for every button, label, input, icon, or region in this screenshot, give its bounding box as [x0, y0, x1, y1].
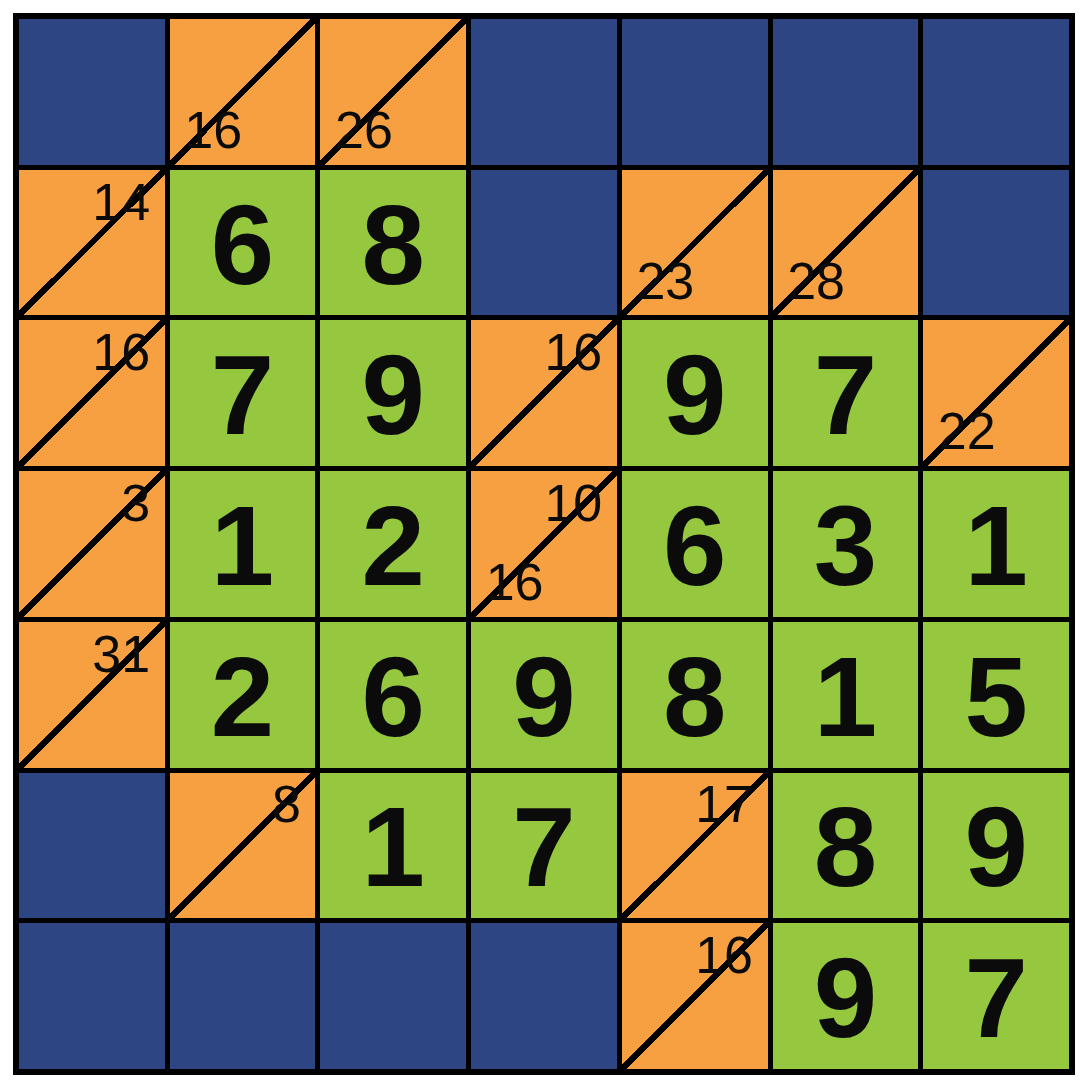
across-clue-number: 3 — [121, 477, 150, 529]
entry-cell[interactable]: 9 — [773, 923, 919, 1069]
entry-digit: 6 — [170, 170, 316, 316]
entry-digit: 5 — [923, 622, 1069, 768]
entry-digit: 9 — [320, 320, 466, 466]
block-cell — [471, 170, 617, 316]
entry-digit: 1 — [773, 622, 919, 768]
entry-cell[interactable]: 9 — [622, 320, 768, 466]
entry-digit: 1 — [320, 773, 466, 919]
clue-cell: 28 — [773, 170, 919, 316]
entry-cell[interactable]: 9 — [471, 622, 617, 768]
entry-cell[interactable]: 8 — [773, 773, 919, 919]
clue-cell: 31 — [19, 622, 165, 768]
block-cell — [19, 773, 165, 919]
clue-cell: 16 — [622, 923, 768, 1069]
entry-cell[interactable]: 5 — [923, 622, 1069, 768]
clue-cell: 16 — [170, 19, 316, 165]
entry-digit: 2 — [170, 622, 316, 768]
entry-digit: 9 — [923, 773, 1069, 919]
block-cell — [471, 19, 617, 165]
entry-cell[interactable]: 7 — [773, 320, 919, 466]
block-cell — [19, 923, 165, 1069]
across-clue-number: 16 — [544, 326, 602, 378]
entry-cell[interactable]: 8 — [622, 622, 768, 768]
block-cell — [320, 923, 466, 1069]
entry-cell[interactable]: 6 — [622, 471, 768, 617]
page-background: 1626146823281679169722312101663131269815… — [0, 0, 1090, 1089]
entry-cell[interactable]: 1 — [170, 471, 316, 617]
entry-cell[interactable]: 6 — [170, 170, 316, 316]
entry-cell[interactable]: 2 — [170, 622, 316, 768]
entry-digit: 6 — [622, 471, 768, 617]
clue-cell: 23 — [622, 170, 768, 316]
entry-digit: 6 — [320, 622, 466, 768]
down-clue-number: 28 — [787, 255, 845, 307]
down-clue-number: 26 — [335, 104, 393, 156]
across-clue-number: 17 — [695, 778, 753, 830]
entry-digit: 2 — [320, 471, 466, 617]
entry-digit: 8 — [320, 170, 466, 316]
clue-cell: 14 — [19, 170, 165, 316]
down-clue-number: 23 — [636, 255, 694, 307]
block-cell — [923, 19, 1069, 165]
entry-digit: 7 — [170, 320, 316, 466]
entry-digit: 7 — [923, 923, 1069, 1069]
entry-digit: 9 — [622, 320, 768, 466]
across-clue-number: 31 — [92, 628, 150, 680]
across-clue-number: 16 — [92, 326, 150, 378]
entry-cell[interactable]: 7 — [471, 773, 617, 919]
entry-digit: 8 — [622, 622, 768, 768]
block-cell — [19, 19, 165, 165]
entry-cell[interactable]: 9 — [320, 320, 466, 466]
entry-cell[interactable]: 6 — [320, 622, 466, 768]
entry-digit: 9 — [471, 622, 617, 768]
clue-cell: 26 — [320, 19, 466, 165]
entry-cell[interactable]: 7 — [170, 320, 316, 466]
block-cell — [773, 19, 919, 165]
down-clue-number: 22 — [938, 405, 996, 457]
block-cell — [923, 170, 1069, 316]
entry-cell[interactable]: 3 — [773, 471, 919, 617]
entry-cell[interactable]: 8 — [320, 170, 466, 316]
entry-cell[interactable]: 1 — [320, 773, 466, 919]
across-clue-number: 14 — [92, 176, 150, 228]
entry-digit: 9 — [773, 923, 919, 1069]
across-clue-number: 8 — [272, 778, 301, 830]
entry-digit: 3 — [773, 471, 919, 617]
block-cell — [471, 923, 617, 1069]
clue-cell: 17 — [622, 773, 768, 919]
entry-digit: 7 — [773, 320, 919, 466]
across-clue-number: 16 — [695, 929, 753, 981]
clue-cell: 16 — [471, 320, 617, 466]
entry-digit: 1 — [170, 471, 316, 617]
clue-cell: 1016 — [471, 471, 617, 617]
kakuro-board: 1626146823281679169722312101663131269815… — [13, 13, 1075, 1075]
block-cell — [170, 923, 316, 1069]
clue-cell: 8 — [170, 773, 316, 919]
entry-cell[interactable]: 1 — [923, 471, 1069, 617]
entry-cell[interactable]: 9 — [923, 773, 1069, 919]
clue-cell: 3 — [19, 471, 165, 617]
across-clue-number: 10 — [544, 477, 602, 529]
entry-cell[interactable]: 7 — [923, 923, 1069, 1069]
block-cell — [622, 19, 768, 165]
down-clue-number: 16 — [184, 104, 242, 156]
entry-cell[interactable]: 1 — [773, 622, 919, 768]
entry-digit: 7 — [471, 773, 617, 919]
entry-digit: 8 — [773, 773, 919, 919]
down-clue-number: 16 — [486, 556, 544, 608]
entry-cell[interactable]: 2 — [320, 471, 466, 617]
clue-cell: 22 — [923, 320, 1069, 466]
entry-digit: 1 — [923, 471, 1069, 617]
clue-cell: 16 — [19, 320, 165, 466]
